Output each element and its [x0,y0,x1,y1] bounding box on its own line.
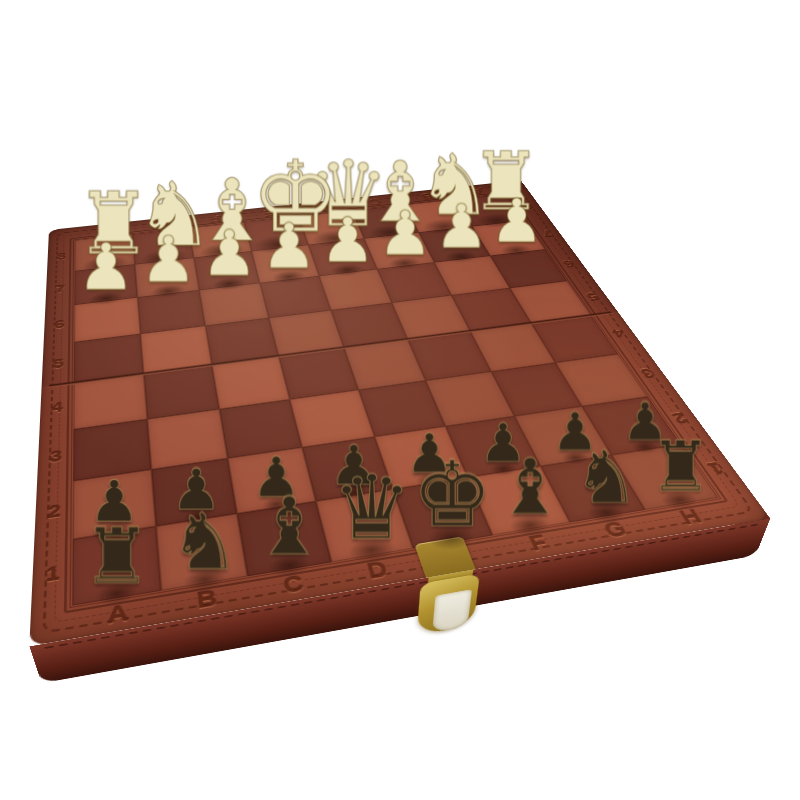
black-knight-icon: ♞ [566,440,646,513]
piece-black-bishop-c1[interactable]: ♝ [237,501,332,576]
black-queen-icon: ♛ [330,464,414,553]
black-knight-icon: ♞ [161,502,247,580]
black-rook-icon: ♜ [73,518,160,595]
latch-inner-plate [432,589,472,633]
piece-black-rook-a1[interactable]: ♜ [72,526,161,605]
brass-latch-icon [412,564,487,642]
black-king-icon: ♚ [411,449,493,539]
product-photo-chess-set: ABCDEFGHHGFEDCBA8765432187654321 ♜♞♝♚♛♝♞… [0,0,800,800]
black-bishop-icon: ♝ [247,487,332,567]
latch-ring [417,573,480,635]
black-rook-icon: ♜ [641,432,720,502]
piece-black-knight-b1[interactable]: ♞ [156,514,248,591]
black-bishop-icon: ♝ [490,450,571,526]
chess-case: ABCDEFGHHGFEDCBA8765432187654321 ♜♞♝♚♛♝♞… [29,180,770,646]
